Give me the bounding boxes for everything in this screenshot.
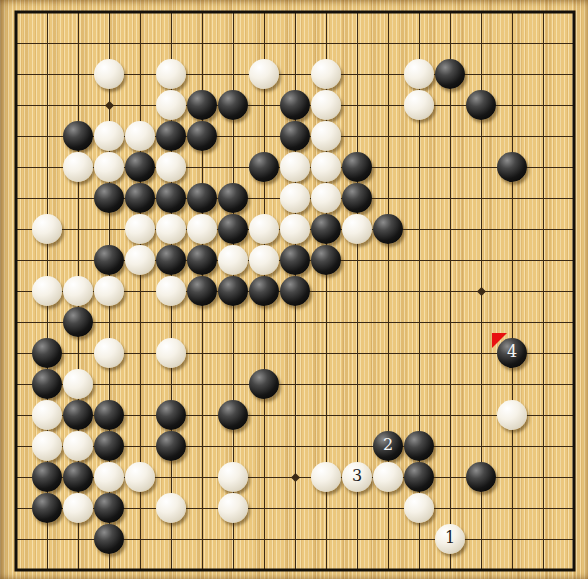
white-stone bbox=[156, 90, 186, 120]
white-stone bbox=[63, 369, 93, 399]
black-stone bbox=[187, 183, 217, 213]
black-stone bbox=[63, 462, 93, 492]
white-stone bbox=[404, 59, 434, 89]
black-stone bbox=[218, 276, 248, 306]
black-stone bbox=[94, 400, 124, 430]
white-stone bbox=[311, 183, 341, 213]
black-stone bbox=[373, 214, 403, 244]
white-stone bbox=[404, 493, 434, 523]
black-stone bbox=[94, 183, 124, 213]
go-app-screenshot: 4231 bbox=[0, 0, 588, 579]
black-stone bbox=[63, 307, 93, 337]
white-stone bbox=[63, 493, 93, 523]
black-stone bbox=[249, 152, 279, 182]
move-number-label: 1 bbox=[445, 530, 455, 546]
black-stone bbox=[156, 431, 186, 461]
black-stone bbox=[156, 121, 186, 151]
black-stone bbox=[249, 369, 279, 399]
white-stone bbox=[94, 276, 124, 306]
black-stone bbox=[218, 400, 248, 430]
white-stone bbox=[342, 214, 372, 244]
black-stone bbox=[497, 152, 527, 182]
black-stone bbox=[404, 431, 434, 461]
white-stone bbox=[94, 59, 124, 89]
black-stone bbox=[63, 121, 93, 151]
black-stone bbox=[218, 214, 248, 244]
white-stone bbox=[373, 462, 403, 492]
black-stone bbox=[187, 276, 217, 306]
black-stone bbox=[94, 431, 124, 461]
black-stone bbox=[125, 183, 155, 213]
black-stone bbox=[280, 121, 310, 151]
black-stone bbox=[94, 493, 124, 523]
black-stone bbox=[311, 245, 341, 275]
white-stone bbox=[404, 90, 434, 120]
white-stone bbox=[94, 121, 124, 151]
white-stone bbox=[63, 276, 93, 306]
white-stone bbox=[311, 90, 341, 120]
white-stone bbox=[280, 183, 310, 213]
black-stone bbox=[63, 400, 93, 430]
white-stone bbox=[311, 462, 341, 492]
white-stone bbox=[125, 245, 155, 275]
white-stone bbox=[311, 152, 341, 182]
white-stone bbox=[249, 245, 279, 275]
black-stone bbox=[342, 183, 372, 213]
white-stone bbox=[63, 152, 93, 182]
white-stone bbox=[63, 431, 93, 461]
white-stone bbox=[249, 214, 279, 244]
black-stone bbox=[32, 493, 62, 523]
black-stone bbox=[435, 59, 465, 89]
white-stone bbox=[32, 214, 62, 244]
white-stone bbox=[125, 214, 155, 244]
black-stone bbox=[218, 183, 248, 213]
white-stone bbox=[280, 214, 310, 244]
stones-layer: 4231 bbox=[0, 0, 588, 579]
white-stone bbox=[32, 400, 62, 430]
white-stone bbox=[249, 59, 279, 89]
black-stone bbox=[32, 338, 62, 368]
black-stone bbox=[125, 152, 155, 182]
go-board[interactable]: 4231 bbox=[0, 0, 588, 579]
black-stone bbox=[156, 183, 186, 213]
white-stone bbox=[218, 462, 248, 492]
white-stone bbox=[218, 493, 248, 523]
move-number-label: 3 bbox=[352, 468, 362, 484]
move-number-label: 4 bbox=[507, 344, 517, 360]
black-stone: 2 bbox=[373, 431, 403, 461]
black-stone bbox=[280, 90, 310, 120]
black-stone bbox=[466, 462, 496, 492]
black-stone bbox=[156, 245, 186, 275]
black-stone bbox=[94, 245, 124, 275]
white-stone bbox=[156, 276, 186, 306]
black-stone bbox=[187, 121, 217, 151]
black-stone bbox=[311, 214, 341, 244]
black-stone bbox=[249, 276, 279, 306]
white-stone bbox=[497, 400, 527, 430]
white-stone bbox=[156, 493, 186, 523]
white-stone: 3 bbox=[342, 462, 372, 492]
black-stone bbox=[94, 524, 124, 554]
white-stone bbox=[311, 59, 341, 89]
white-stone bbox=[32, 276, 62, 306]
white-stone: 1 bbox=[435, 524, 465, 554]
black-stone bbox=[218, 90, 248, 120]
white-stone bbox=[156, 338, 186, 368]
white-stone bbox=[125, 462, 155, 492]
black-stone bbox=[187, 245, 217, 275]
black-stone bbox=[404, 462, 434, 492]
black-stone bbox=[156, 400, 186, 430]
black-stone bbox=[32, 369, 62, 399]
white-stone bbox=[125, 121, 155, 151]
white-stone bbox=[94, 152, 124, 182]
white-stone bbox=[311, 121, 341, 151]
white-stone bbox=[32, 431, 62, 461]
black-stone bbox=[342, 152, 372, 182]
black-stone bbox=[32, 462, 62, 492]
white-stone bbox=[156, 214, 186, 244]
red-triangle-marker bbox=[492, 333, 507, 348]
move-number-label: 2 bbox=[383, 437, 393, 453]
white-stone bbox=[156, 59, 186, 89]
white-stone bbox=[156, 152, 186, 182]
black-stone bbox=[187, 90, 217, 120]
white-stone bbox=[218, 245, 248, 275]
black-stone bbox=[280, 276, 310, 306]
white-stone bbox=[94, 462, 124, 492]
white-stone bbox=[280, 152, 310, 182]
black-stone bbox=[466, 90, 496, 120]
black-stone bbox=[280, 245, 310, 275]
white-stone bbox=[187, 214, 217, 244]
white-stone bbox=[94, 338, 124, 368]
